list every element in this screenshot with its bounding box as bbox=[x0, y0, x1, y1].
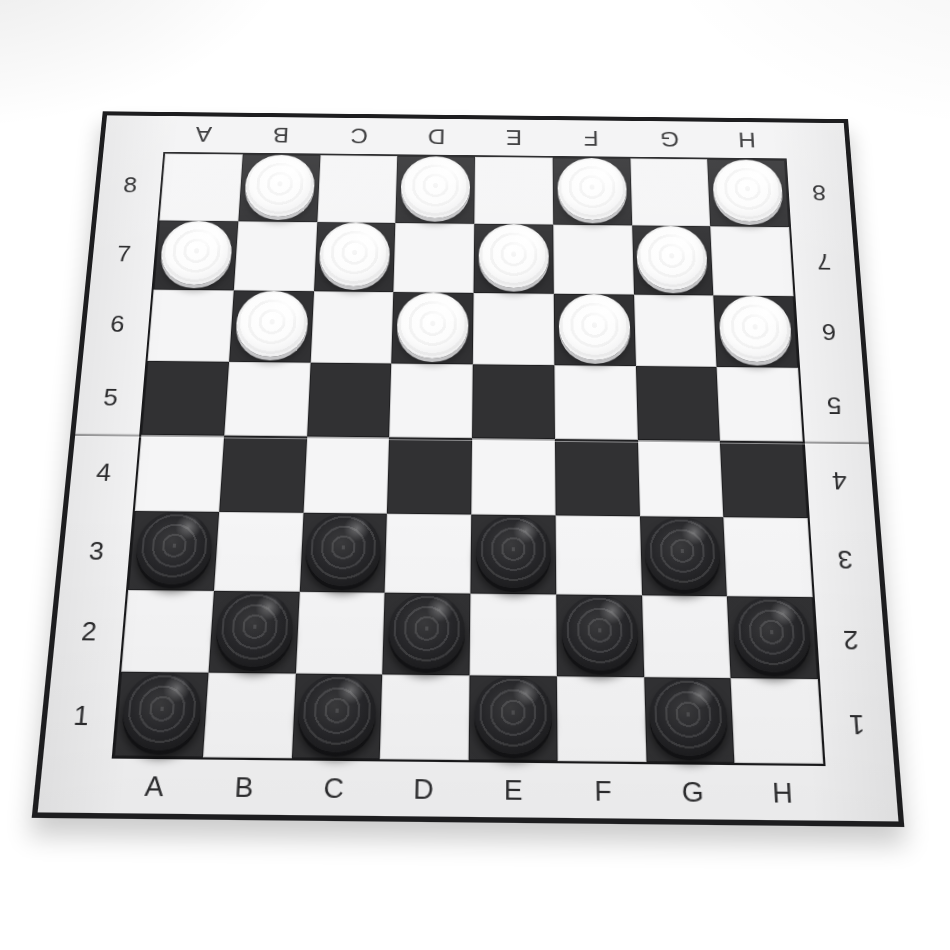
square-f2[interactable] bbox=[556, 594, 644, 677]
rank-label: 8 bbox=[787, 158, 852, 226]
square-h8[interactable] bbox=[707, 159, 789, 227]
board-wrapper: ABCDEFGH ABCDEFGH 87654321 87654321 bbox=[66, 63, 878, 819]
square-f8[interactable] bbox=[552, 158, 631, 226]
square-d6[interactable] bbox=[391, 292, 473, 364]
photo-background: ABCDEFGH ABCDEFGH 87654321 87654321 bbox=[0, 0, 950, 950]
rank-label: 5 bbox=[800, 367, 869, 442]
square-g1[interactable] bbox=[644, 677, 735, 763]
white-piece-b6[interactable] bbox=[234, 291, 309, 357]
file-label: D bbox=[397, 118, 475, 155]
black-piece-c3[interactable] bbox=[305, 513, 382, 586]
file-labels-top: ABCDEFGH bbox=[163, 116, 786, 158]
square-a2 bbox=[121, 590, 213, 673]
square-g5[interactable] bbox=[635, 366, 720, 441]
square-f3 bbox=[555, 515, 641, 595]
white-piece-a7[interactable] bbox=[159, 221, 234, 285]
file-label: A bbox=[107, 759, 201, 815]
rank-label: 3 bbox=[60, 511, 133, 591]
rank-label: 2 bbox=[815, 598, 888, 681]
square-a3[interactable] bbox=[128, 511, 219, 591]
file-labels-bottom: ABCDEFGH bbox=[107, 759, 829, 821]
square-f5 bbox=[554, 365, 637, 440]
black-piece-a1[interactable] bbox=[120, 672, 203, 751]
black-piece-e1[interactable] bbox=[474, 676, 552, 755]
square-g6 bbox=[634, 295, 717, 367]
white-piece-f6[interactable] bbox=[558, 294, 630, 360]
white-piece-h8[interactable] bbox=[712, 160, 784, 222]
file-label: E bbox=[468, 762, 558, 818]
square-e3[interactable] bbox=[470, 515, 556, 595]
square-d8[interactable] bbox=[396, 156, 475, 224]
square-c1[interactable] bbox=[291, 674, 382, 760]
file-label: C bbox=[319, 118, 398, 155]
white-piece-g7[interactable] bbox=[636, 226, 708, 290]
square-f4[interactable] bbox=[555, 439, 640, 516]
rank-label: 1 bbox=[820, 681, 894, 767]
square-h4[interactable] bbox=[720, 441, 808, 518]
checkers-board: ABCDEFGH ABCDEFGH 87654321 87654321 bbox=[32, 111, 905, 827]
square-b2[interactable] bbox=[208, 591, 299, 674]
square-g3[interactable] bbox=[639, 516, 727, 596]
file-label: G bbox=[647, 764, 739, 820]
square-d4[interactable] bbox=[387, 437, 472, 514]
file-label: H bbox=[736, 765, 829, 821]
white-piece-d6[interactable] bbox=[397, 292, 469, 358]
file-label: F bbox=[553, 120, 631, 157]
white-piece-c7[interactable] bbox=[319, 222, 391, 286]
square-d3 bbox=[385, 514, 471, 594]
rank-label: 4 bbox=[805, 442, 875, 520]
square-d1 bbox=[380, 674, 470, 760]
square-e8 bbox=[474, 157, 553, 225]
rank-label: 7 bbox=[90, 219, 158, 289]
square-c3[interactable] bbox=[299, 513, 387, 593]
file-label: H bbox=[707, 122, 787, 159]
black-piece-f2[interactable] bbox=[561, 595, 638, 671]
white-piece-b8[interactable] bbox=[243, 155, 315, 217]
square-c6 bbox=[310, 291, 393, 363]
white-piece-d8[interactable] bbox=[400, 156, 470, 218]
black-piece-b2[interactable] bbox=[214, 591, 294, 667]
file-label: D bbox=[378, 761, 469, 817]
square-e7[interactable] bbox=[474, 224, 554, 294]
square-f7 bbox=[553, 225, 634, 295]
black-piece-h2[interactable] bbox=[732, 597, 812, 673]
black-piece-e3[interactable] bbox=[476, 515, 551, 588]
square-h1 bbox=[731, 678, 823, 764]
square-d5 bbox=[389, 363, 472, 438]
square-g4 bbox=[637, 440, 723, 517]
black-piece-g3[interactable] bbox=[645, 517, 722, 590]
file-label: G bbox=[630, 121, 709, 158]
square-b6[interactable] bbox=[229, 290, 314, 362]
rank-label: 6 bbox=[83, 288, 152, 360]
white-piece-e7[interactable] bbox=[478, 224, 548, 288]
square-b1 bbox=[203, 673, 296, 759]
file-label: B bbox=[197, 760, 290, 816]
square-d7 bbox=[394, 223, 475, 293]
square-a5[interactable] bbox=[141, 361, 229, 436]
square-e2 bbox=[470, 594, 557, 677]
rank-label: 5 bbox=[75, 360, 145, 435]
rank-label: 2 bbox=[52, 590, 126, 673]
file-label: C bbox=[288, 760, 380, 816]
rank-label: 7 bbox=[791, 226, 857, 296]
square-b5 bbox=[224, 362, 310, 437]
square-h6[interactable] bbox=[714, 295, 799, 367]
square-c5[interactable] bbox=[307, 363, 392, 438]
square-g8 bbox=[630, 158, 711, 226]
black-piece-d2[interactable] bbox=[388, 593, 465, 669]
square-e4 bbox=[471, 438, 555, 515]
square-a8 bbox=[159, 154, 242, 222]
square-e5[interactable] bbox=[472, 364, 555, 439]
file-label: A bbox=[163, 116, 243, 153]
square-a4 bbox=[135, 435, 224, 512]
square-c2 bbox=[295, 592, 384, 675]
square-b8[interactable] bbox=[238, 154, 320, 222]
square-c8 bbox=[317, 155, 398, 223]
black-piece-g1[interactable] bbox=[649, 678, 729, 757]
square-g7[interactable] bbox=[632, 225, 714, 295]
rank-label: 1 bbox=[43, 673, 119, 759]
square-g2 bbox=[642, 595, 731, 678]
square-a1[interactable] bbox=[114, 672, 208, 758]
square-c7[interactable] bbox=[314, 222, 396, 292]
square-a7[interactable] bbox=[154, 220, 239, 290]
black-piece-a3[interactable] bbox=[134, 511, 214, 584]
square-b7 bbox=[234, 221, 317, 291]
square-b4[interactable] bbox=[219, 436, 307, 513]
rank-label: 4 bbox=[68, 434, 140, 511]
square-b3 bbox=[214, 512, 303, 592]
square-e1[interactable] bbox=[469, 675, 558, 761]
square-f6[interactable] bbox=[554, 294, 636, 366]
rank-label: 6 bbox=[795, 295, 862, 368]
square-e6 bbox=[473, 293, 554, 365]
square-h3 bbox=[724, 517, 813, 597]
square-c4 bbox=[303, 436, 389, 513]
rank-label: 8 bbox=[97, 151, 164, 219]
file-label: B bbox=[241, 117, 321, 154]
square-h7 bbox=[710, 226, 793, 296]
square-h5 bbox=[717, 367, 803, 442]
file-label: E bbox=[475, 119, 553, 156]
square-f1 bbox=[557, 676, 646, 762]
board-grid bbox=[112, 152, 826, 766]
square-h2[interactable] bbox=[727, 596, 818, 679]
white-piece-f8[interactable] bbox=[557, 158, 627, 220]
square-d2[interactable] bbox=[382, 593, 470, 676]
square-a6 bbox=[148, 290, 234, 362]
black-piece-c1[interactable] bbox=[297, 674, 377, 753]
file-label: F bbox=[558, 763, 649, 819]
white-piece-h6[interactable] bbox=[718, 296, 793, 362]
rank-label: 3 bbox=[810, 519, 881, 599]
